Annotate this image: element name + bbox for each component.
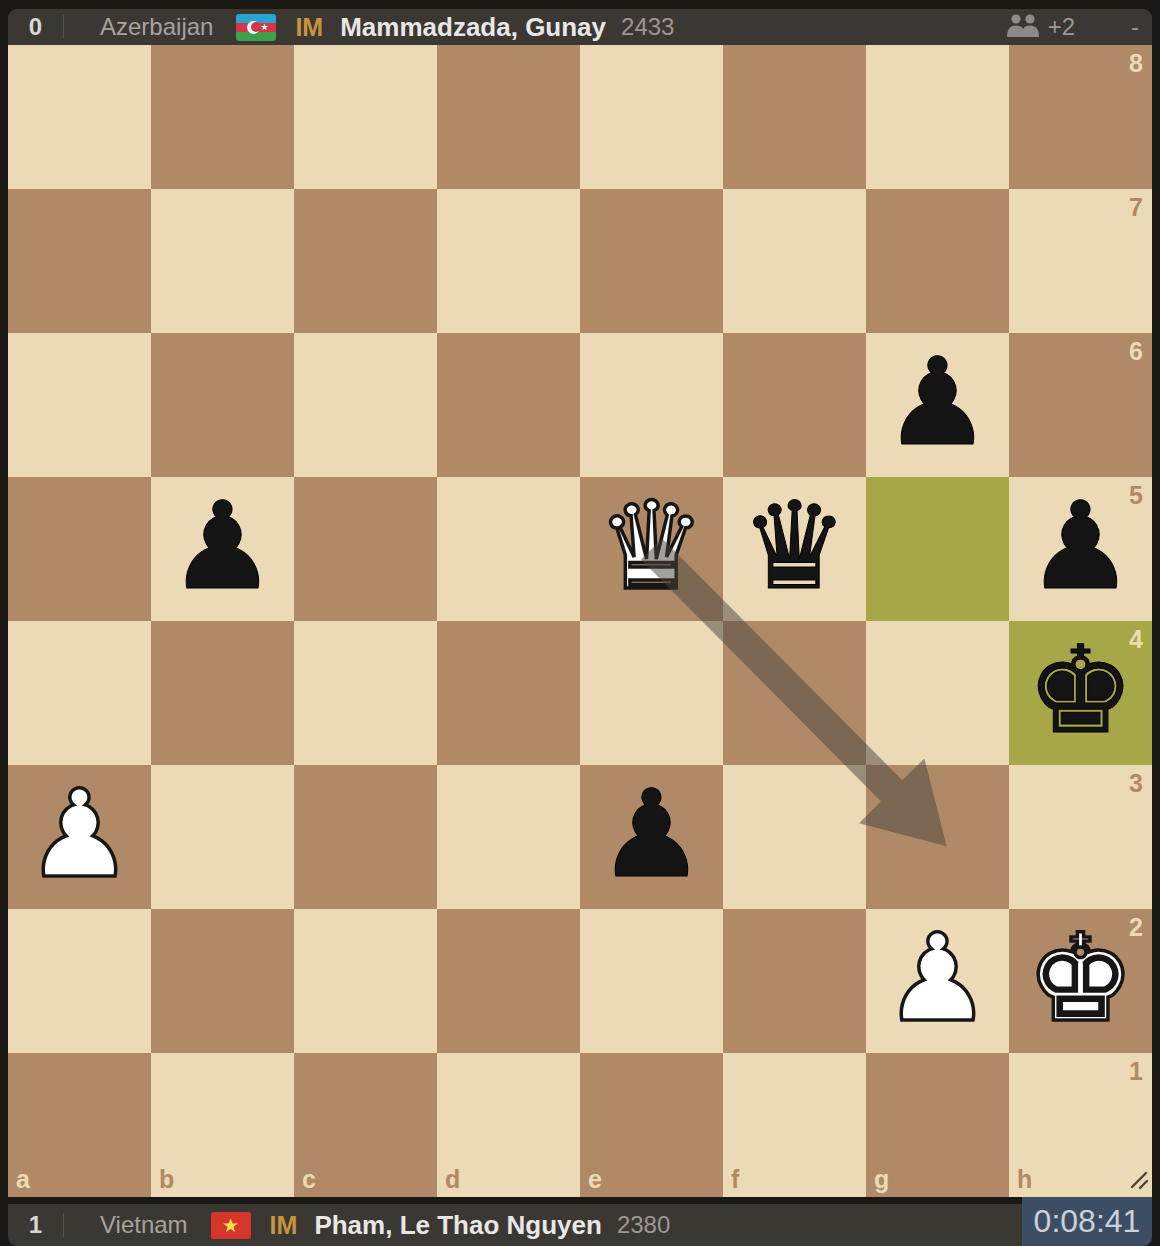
square-d2[interactable]: [437, 909, 580, 1053]
file-label-e: e: [588, 1167, 602, 1192]
file-label-h: h: [1017, 1167, 1032, 1192]
square-a7[interactable]: [8, 189, 151, 333]
square-a5[interactable]: [8, 477, 151, 621]
file-label-g: g: [874, 1167, 889, 1192]
white-match-score: 0: [8, 13, 63, 41]
square-d7[interactable]: [437, 189, 580, 333]
chess-board[interactable]: 87♟6♟♛♛5♟4♚♟♟3♟2♚abcdefgh1: [8, 45, 1152, 1197]
rank-label-3: 3: [1129, 771, 1143, 796]
square-e1[interactable]: e: [580, 1053, 723, 1197]
square-a1[interactable]: a: [8, 1053, 151, 1197]
square-e4[interactable]: [580, 621, 723, 765]
white-player-title: IM: [295, 13, 323, 42]
square-g1[interactable]: g: [866, 1053, 1009, 1197]
black-queen[interactable]: ♛: [723, 477, 866, 621]
bottom-player-bar: 1 Vietnam ★ IM Pham, Le Thao Nguyen 2380…: [8, 1204, 1152, 1246]
square-d8[interactable]: [437, 45, 580, 189]
black-pawn[interactable]: ♟: [866, 333, 1009, 477]
square-c6[interactable]: [294, 333, 437, 477]
square-h2[interactable]: 2♚: [1009, 909, 1152, 1053]
square-f6[interactable]: [723, 333, 866, 477]
rank-label-6: 6: [1129, 339, 1143, 364]
white-pawn[interactable]: ♟: [8, 765, 151, 909]
vietnam-flag-icon: ★: [211, 1212, 251, 1239]
square-c4[interactable]: [294, 621, 437, 765]
square-g2[interactable]: ♟: [866, 909, 1009, 1053]
bar-divider: [63, 1213, 64, 1237]
white-queen[interactable]: ♛: [580, 477, 723, 621]
square-b3[interactable]: [151, 765, 294, 909]
white-team-name: Azerbaijan: [100, 13, 213, 41]
square-g6[interactable]: ♟: [866, 333, 1009, 477]
square-d4[interactable]: [437, 621, 580, 765]
square-g5[interactable]: [866, 477, 1009, 621]
square-e3[interactable]: ♟: [580, 765, 723, 909]
square-f1[interactable]: f: [723, 1053, 866, 1197]
square-f2[interactable]: [723, 909, 866, 1053]
white-king[interactable]: ♚: [1009, 909, 1152, 1053]
square-c7[interactable]: [294, 189, 437, 333]
file-label-d: d: [445, 1167, 460, 1192]
square-e8[interactable]: [580, 45, 723, 189]
white-clock-placeholder: -: [1131, 13, 1139, 41]
top-player-bar: 0 Azerbaijan ★ IM Mammadzada, Gunay 2433…: [8, 9, 1152, 45]
square-g4[interactable]: [866, 621, 1009, 765]
file-label-a: a: [16, 1167, 30, 1192]
square-a2[interactable]: [8, 909, 151, 1053]
square-c1[interactable]: c: [294, 1053, 437, 1197]
square-b1[interactable]: b: [151, 1053, 294, 1197]
square-b2[interactable]: [151, 909, 294, 1053]
black-match-score: 1: [8, 1211, 63, 1239]
white-pawn[interactable]: ♟: [866, 909, 1009, 1053]
square-f5[interactable]: ♛: [723, 477, 866, 621]
square-h3[interactable]: 3: [1009, 765, 1152, 909]
black-player-rating: 2380: [617, 1211, 670, 1239]
square-b8[interactable]: [151, 45, 294, 189]
square-f8[interactable]: [723, 45, 866, 189]
square-a3[interactable]: ♟: [8, 765, 151, 909]
azerbaijan-flag-icon: ★: [236, 14, 276, 41]
board-resize-handle[interactable]: [1129, 1170, 1149, 1194]
square-e2[interactable]: [580, 909, 723, 1053]
square-e5[interactable]: ♛: [580, 477, 723, 621]
square-b5[interactable]: ♟: [151, 477, 294, 621]
square-h6[interactable]: 6: [1009, 333, 1152, 477]
square-c5[interactable]: [294, 477, 437, 621]
spectators-count: +2: [1048, 13, 1075, 41]
black-pawn[interactable]: ♟: [580, 765, 723, 909]
square-a8[interactable]: [8, 45, 151, 189]
black-pawn[interactable]: ♟: [151, 477, 294, 621]
square-f4[interactable]: [723, 621, 866, 765]
square-g7[interactable]: [866, 189, 1009, 333]
square-d5[interactable]: [437, 477, 580, 621]
square-h5[interactable]: 5♟: [1009, 477, 1152, 621]
square-f3[interactable]: [723, 765, 866, 909]
rank-label-8: 8: [1129, 51, 1143, 76]
square-e7[interactable]: [580, 189, 723, 333]
square-d3[interactable]: [437, 765, 580, 909]
file-label-c: c: [302, 1167, 316, 1192]
black-player-name[interactable]: Pham, Le Thao Nguyen: [314, 1210, 602, 1241]
black-pawn[interactable]: ♟: [1009, 477, 1152, 621]
square-h8[interactable]: 8: [1009, 45, 1152, 189]
square-a6[interactable]: [8, 333, 151, 477]
black-king[interactable]: ♚: [1009, 621, 1152, 765]
square-c2[interactable]: [294, 909, 437, 1053]
square-b7[interactable]: [151, 189, 294, 333]
bar-divider: [63, 15, 64, 39]
square-d6[interactable]: [437, 333, 580, 477]
file-label-f: f: [731, 1167, 739, 1192]
white-player-name[interactable]: Mammadzada, Gunay: [340, 12, 606, 43]
square-a4[interactable]: [8, 621, 151, 765]
rank-label-7: 7: [1129, 195, 1143, 220]
rank-label-1: 1: [1129, 1059, 1143, 1084]
square-e6[interactable]: [580, 333, 723, 477]
square-g8[interactable]: [866, 45, 1009, 189]
black-clock: 0:08:41: [1022, 1197, 1152, 1246]
black-player-title: IM: [270, 1211, 298, 1240]
spectators-icon: [1005, 13, 1041, 41]
square-c8[interactable]: [294, 45, 437, 189]
square-h4[interactable]: 4♚: [1009, 621, 1152, 765]
square-d1[interactable]: d: [437, 1053, 580, 1197]
black-team-name: Vietnam: [100, 1211, 188, 1239]
file-label-b: b: [159, 1167, 174, 1192]
square-g3[interactable]: [866, 765, 1009, 909]
square-b4[interactable]: [151, 621, 294, 765]
square-b6[interactable]: [151, 333, 294, 477]
square-c3[interactable]: [294, 765, 437, 909]
square-f7[interactable]: [723, 189, 866, 333]
white-player-rating: 2433: [621, 13, 674, 41]
square-h7[interactable]: 7: [1009, 189, 1152, 333]
